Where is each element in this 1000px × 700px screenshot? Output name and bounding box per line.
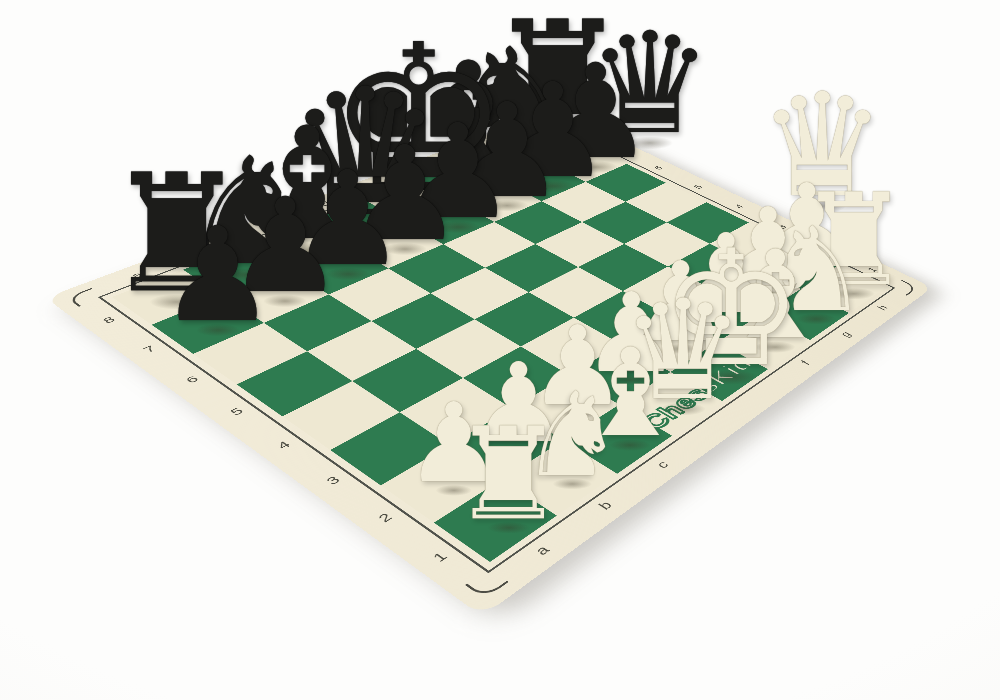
chess-set-product-photo: 88aa77bb66cc55d44e33ff22gg11hh ♛ ChessKi… — [0, 0, 1000, 700]
pieces-layer: ♛♜♞♟♝♟♚♟♛♛♟♟♝♟♟♞♜♟♟♜♞♟♟♝♟♚♟♛♟♝♟♞♟♜ — [0, 0, 1000, 700]
black-pawn-glyph: ♟ — [159, 210, 276, 340]
white-rook-glyph: ♜ — [452, 411, 566, 538]
